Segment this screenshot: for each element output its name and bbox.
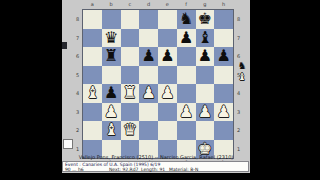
chess-program-window: abcdefgh abcdefgh 87654321 87654321 ♞♚♛♟… [62,0,250,173]
square-d5 [139,66,158,85]
square-f3: ♟ [177,103,196,122]
coordinate-label: d [139,1,158,8]
coordinate-label: f [177,1,196,8]
square-b4: ♟ [102,84,121,103]
square-a4: ♝ [83,84,102,103]
square-d7 [139,29,158,48]
square-g5 [196,66,215,85]
square-c7 [121,29,140,48]
white-pawn-piece: ♟ [139,84,158,103]
square-g6: ♟ [196,47,215,66]
white-pawn-piece: ♟ [196,103,215,122]
square-b2: ♝ [102,121,121,140]
game-length-text: Length: 91 [141,167,165,172]
white-pawn-piece: ♟ [177,103,196,122]
game-info-box: Event : Canaries of U.A. Spain (1995) 6/… [62,161,249,172]
square-a5 [83,66,102,85]
square-b3: ♟ [102,103,121,122]
square-f6 [177,47,196,66]
white-to-move-indicator [63,139,73,149]
black-king-piece: ♚ [196,10,215,29]
black-knight-material-icon: ♞ [236,60,248,71]
black-side-marker [62,42,67,49]
coordinate-label: g [196,1,215,8]
black-bishop-piece: ♝ [196,29,215,48]
square-f8: ♞ [177,10,196,29]
coordinate-label: 3 [74,103,81,122]
black-pawn-piece: ♟ [158,47,177,66]
coordinate-label: 2 [74,121,81,140]
square-c3 [121,103,140,122]
square-h2 [214,121,233,140]
black-rook-piece: ♜ [102,47,121,66]
square-f5 [177,66,196,85]
coordinate-label: a [83,1,102,8]
coordinate-label: 7 [235,29,242,48]
square-h5 [214,66,233,85]
rank-labels-left: 87654321 [74,10,81,158]
square-b6: ♜ [102,47,121,66]
square-e3 [158,103,177,122]
white-rook-piece: ♜ [121,84,140,103]
square-b7: ♛ [102,29,121,48]
black-queen-piece: ♛ [102,29,121,48]
square-b5 [102,66,121,85]
black-pawn-piece: ♟ [102,84,121,103]
square-e7 [158,29,177,48]
coordinate-label: 5 [74,66,81,85]
last-move-text: 90 ... h6 [65,167,84,172]
material-text: Material: B-N [169,167,198,172]
coordinate-label: 4 [74,84,81,103]
square-g7: ♝ [196,29,215,48]
square-e8 [158,10,177,29]
white-queen-piece: ♛ [121,121,140,140]
players-caption: Vallejo Pons, Francisco (2510) -- Narcis… [62,154,250,160]
rank-labels-right: 87654321 [235,10,242,158]
black-pawn-piece: ♟ [196,47,215,66]
coordinate-label: e [158,1,177,8]
coordinate-label: c [121,1,140,8]
chess-board: ♞♚♛♟♝♜♟♟♟♟♝♟♜♟♟♟♟♟♟♝♛♚ [83,10,233,158]
black-pawn-piece: ♟ [139,47,158,66]
square-d2 [139,121,158,140]
square-h8 [214,10,233,29]
square-g3: ♟ [196,103,215,122]
square-g2 [196,121,215,140]
square-a7 [83,29,102,48]
square-e6: ♟ [158,47,177,66]
square-g8: ♚ [196,10,215,29]
coordinate-label: 8 [235,10,242,29]
square-b8 [102,10,121,29]
square-a8 [83,10,102,29]
square-e4: ♟ [158,84,177,103]
square-a2 [83,121,102,140]
square-d6: ♟ [139,47,158,66]
square-c8 [121,10,140,29]
square-h7 [214,29,233,48]
white-bishop-piece: ♝ [83,84,102,103]
square-f2 [177,121,196,140]
white-bishop-piece: ♝ [102,121,121,140]
square-h6: ♟ [214,47,233,66]
coordinate-label: h [214,1,233,8]
square-d8 [139,10,158,29]
square-e2 [158,121,177,140]
square-c4: ♜ [121,84,140,103]
next-move-text: Next: 92.Rd7 [109,167,138,172]
material-tray: ♞ ♝ [236,60,248,82]
square-d3 [139,103,158,122]
coordinate-label: 6 [74,47,81,66]
square-a3 [83,103,102,122]
white-pawn-piece: ♟ [102,103,121,122]
square-g4 [196,84,215,103]
square-c5 [121,66,140,85]
white-pawn-piece: ♟ [214,103,233,122]
square-c2: ♛ [121,121,140,140]
white-bishop-material-icon: ♝ [236,71,248,82]
square-f7: ♟ [177,29,196,48]
white-pawn-piece: ♟ [158,84,177,103]
black-pawn-piece: ♟ [177,29,196,48]
square-a6 [83,47,102,66]
square-d4: ♟ [139,84,158,103]
square-f4 [177,84,196,103]
coordinate-label: 4 [235,84,242,103]
square-h4 [214,84,233,103]
coordinate-label: 7 [74,29,81,48]
file-labels-top: abcdefgh [83,1,233,8]
coordinate-label: 2 [235,121,242,140]
coordinate-label: b [102,1,121,8]
black-pawn-piece: ♟ [214,47,233,66]
black-knight-piece: ♞ [177,10,196,29]
coordinate-label: 3 [235,103,242,122]
square-h3: ♟ [214,103,233,122]
coordinate-label: 8 [74,10,81,29]
square-c6 [121,47,140,66]
square-e5 [158,66,177,85]
